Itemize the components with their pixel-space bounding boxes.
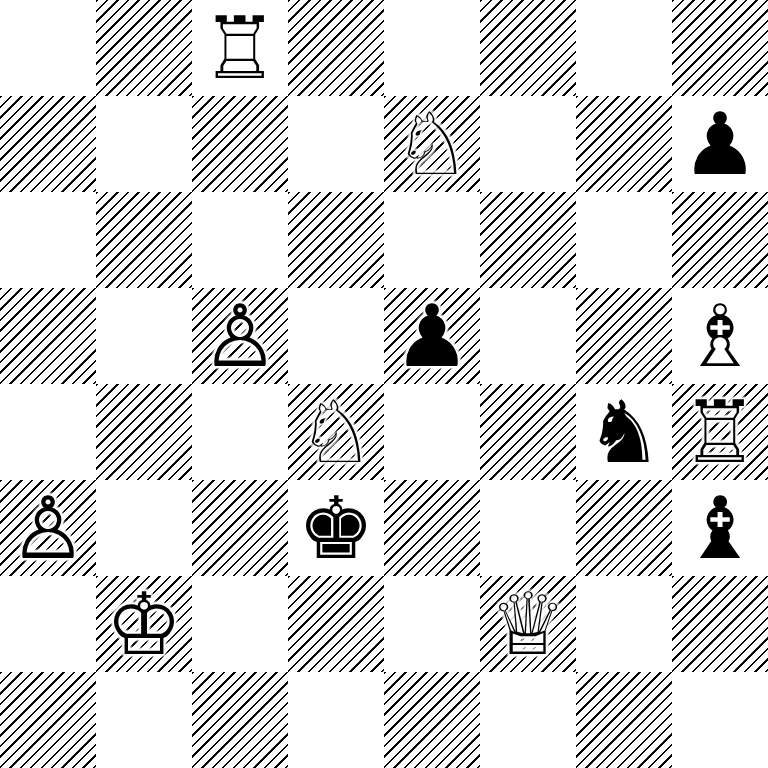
- piece-white-pawn[interactable]: ♙: [201, 288, 278, 384]
- square-e3[interactable]: [384, 480, 480, 576]
- square-h3[interactable]: ♝: [672, 480, 768, 576]
- square-a3[interactable]: ♙: [0, 480, 96, 576]
- square-b4[interactable]: [96, 384, 192, 480]
- square-f8[interactable]: [480, 0, 576, 96]
- square-g5[interactable]: [576, 288, 672, 384]
- square-c7[interactable]: [192, 96, 288, 192]
- square-h5[interactable]: ♗: [672, 288, 768, 384]
- square-h8[interactable]: [672, 0, 768, 96]
- piece-white-knight[interactable]: ♘: [393, 96, 470, 192]
- square-h1[interactable]: [672, 672, 768, 768]
- square-g2[interactable]: [576, 576, 672, 672]
- square-a6[interactable]: [0, 192, 96, 288]
- square-e5[interactable]: ♟: [384, 288, 480, 384]
- piece-black-bishop[interactable]: ♝: [681, 480, 758, 576]
- square-a7[interactable]: [0, 96, 96, 192]
- piece-black-pawn[interactable]: ♟: [393, 288, 470, 384]
- square-f1[interactable]: [480, 672, 576, 768]
- square-b5[interactable]: [96, 288, 192, 384]
- square-c3[interactable]: [192, 480, 288, 576]
- square-f4[interactable]: [480, 384, 576, 480]
- square-e8[interactable]: [384, 0, 480, 96]
- square-d1[interactable]: [288, 672, 384, 768]
- piece-white-pawn[interactable]: ♙: [9, 480, 86, 576]
- square-a2[interactable]: [0, 576, 96, 672]
- piece-white-rook[interactable]: ♖: [201, 0, 278, 96]
- square-a5[interactable]: [0, 288, 96, 384]
- piece-black-knight[interactable]: ♞: [585, 384, 662, 480]
- square-e4[interactable]: [384, 384, 480, 480]
- square-e2[interactable]: [384, 576, 480, 672]
- square-c8[interactable]: ♖: [192, 0, 288, 96]
- square-d6[interactable]: [288, 192, 384, 288]
- square-f2[interactable]: ♕: [480, 576, 576, 672]
- square-c1[interactable]: [192, 672, 288, 768]
- square-h6[interactable]: [672, 192, 768, 288]
- piece-black-pawn[interactable]: ♟: [681, 96, 758, 192]
- square-g4[interactable]: ♞: [576, 384, 672, 480]
- square-d3[interactable]: ♚: [288, 480, 384, 576]
- square-b3[interactable]: [96, 480, 192, 576]
- square-e7[interactable]: ♘: [384, 96, 480, 192]
- square-a4[interactable]: [0, 384, 96, 480]
- square-f5[interactable]: [480, 288, 576, 384]
- piece-white-king[interactable]: ♔: [105, 576, 182, 672]
- square-c4[interactable]: [192, 384, 288, 480]
- square-h4[interactable]: ♖: [672, 384, 768, 480]
- square-d8[interactable]: [288, 0, 384, 96]
- square-c5[interactable]: ♙: [192, 288, 288, 384]
- square-c2[interactable]: [192, 576, 288, 672]
- square-g1[interactable]: [576, 672, 672, 768]
- square-e1[interactable]: [384, 672, 480, 768]
- piece-white-queen[interactable]: ♕: [489, 576, 566, 672]
- square-g6[interactable]: [576, 192, 672, 288]
- piece-white-bishop[interactable]: ♗: [681, 288, 758, 384]
- piece-black-king[interactable]: ♚: [297, 480, 374, 576]
- square-b8[interactable]: [96, 0, 192, 96]
- square-a8[interactable]: [0, 0, 96, 96]
- square-f7[interactable]: [480, 96, 576, 192]
- square-g8[interactable]: [576, 0, 672, 96]
- square-a1[interactable]: [0, 672, 96, 768]
- square-d7[interactable]: [288, 96, 384, 192]
- chess-board: ♖♘♟♙♟♗♘♞♖♙♚♝♔♕: [0, 0, 768, 768]
- square-f3[interactable]: [480, 480, 576, 576]
- piece-white-rook[interactable]: ♖: [681, 384, 758, 480]
- square-b2[interactable]: ♔: [96, 576, 192, 672]
- square-f6[interactable]: [480, 192, 576, 288]
- square-d5[interactable]: [288, 288, 384, 384]
- piece-white-knight[interactable]: ♘: [297, 384, 374, 480]
- square-h2[interactable]: [672, 576, 768, 672]
- square-e6[interactable]: [384, 192, 480, 288]
- square-g3[interactable]: [576, 480, 672, 576]
- square-d4[interactable]: ♘: [288, 384, 384, 480]
- square-b1[interactable]: [96, 672, 192, 768]
- square-c6[interactable]: [192, 192, 288, 288]
- square-b7[interactable]: [96, 96, 192, 192]
- square-d2[interactable]: [288, 576, 384, 672]
- square-b6[interactable]: [96, 192, 192, 288]
- square-h7[interactable]: ♟: [672, 96, 768, 192]
- square-g7[interactable]: [576, 96, 672, 192]
